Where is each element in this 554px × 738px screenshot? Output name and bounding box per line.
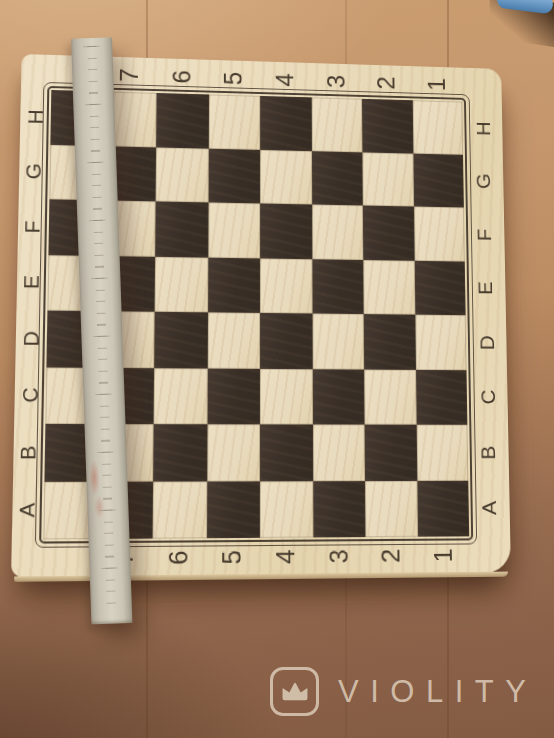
square-d3 [312,314,364,370]
square-b6 [153,424,207,481]
violity-watermark: VIOLITY [270,667,537,716]
square-g1 [413,153,464,207]
square-c3 [312,369,364,425]
square-e1 [414,260,465,315]
square-d6 [154,312,207,368]
square-h3 [311,97,362,152]
square-f1 [414,207,465,262]
square-h5 [208,94,260,149]
square-h2 [362,99,413,153]
square-e4 [260,258,312,314]
square-b2 [365,425,417,481]
square-c4 [260,368,313,424]
square-d4 [260,313,312,369]
square-h1 [412,100,463,154]
square-c1 [416,369,468,424]
square-b4 [260,424,313,480]
square-c6 [154,368,208,425]
square-g5 [208,148,260,203]
square-d2 [364,314,416,369]
square-f4 [260,203,312,258]
square-f3 [312,204,364,259]
square-h4 [260,96,311,151]
square-a3 [313,481,366,538]
square-a6 [153,481,207,539]
square-h6 [156,93,208,148]
red-smudge [93,490,106,524]
crown-icon [270,667,319,716]
square-a2 [365,480,418,537]
square-b5 [207,424,260,481]
crown-glyph [279,679,311,705]
square-b1 [416,425,468,481]
square-a4 [260,481,313,538]
square-f5 [208,202,260,258]
square-e3 [312,259,364,314]
square-d1 [415,315,467,370]
square-g6 [156,147,209,202]
square-f2 [363,206,414,261]
watermark-text: VIOLITY [338,674,537,710]
square-c2 [364,369,416,425]
square-f6 [155,201,208,257]
square-e5 [208,257,261,313]
square-e2 [363,260,415,315]
square-g3 [311,151,362,206]
square-c5 [207,368,260,424]
square-a5 [206,481,259,538]
square-g4 [260,149,312,204]
auction-photo: 7654321 7654321 HGFEDCBA HGFEDCBA VIOLIT… [0,0,554,738]
square-e6 [155,256,208,312]
square-b3 [312,424,365,480]
square-a1 [417,480,469,536]
square-d5 [207,312,260,368]
square-g2 [362,152,413,207]
